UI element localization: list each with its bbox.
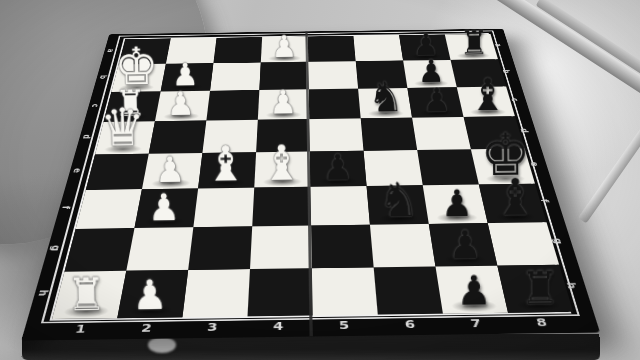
square-g2 [126, 227, 193, 271]
black-bishop-c8: ♝ [469, 72, 507, 117]
square-g5 [311, 225, 374, 269]
white-pawn-f2: ♟ [148, 189, 180, 226]
square-c4: ♟ [258, 89, 309, 119]
square-g6 [370, 224, 436, 267]
black-pawn-h7: ♟ [457, 271, 492, 312]
square-d6 [361, 118, 418, 151]
black-knight-f6: ♞ [378, 176, 419, 224]
square-e2: ♟ [142, 153, 202, 189]
chess-board: ♟♟♜♚♟♟♜♟♟♞♟♝♛♟♝♝♟♚♟♞♟♝♟♜♟♟♜ 12345678aabb… [21, 29, 600, 341]
square-h2: ♟ [117, 270, 188, 318]
square-c7: ♟ [407, 87, 463, 117]
rank-label-3: 3 [207, 320, 218, 333]
white-bishop-e4: ♝ [261, 138, 303, 187]
square-c5 [309, 89, 361, 119]
file-label-b-right: b [501, 69, 513, 73]
white-pawn-e2: ♟ [155, 152, 186, 188]
white-pawn-h2: ♟ [132, 275, 168, 316]
file-label-a-left: a [105, 49, 116, 52]
square-e4: ♝ [254, 151, 310, 187]
file-label-c-left: c [89, 104, 101, 108]
black-bishop-f8: ♝ [494, 171, 538, 222]
square-a8: ♜ [445, 34, 498, 60]
square-d7 [412, 117, 471, 150]
square-e3: ♝ [198, 152, 256, 188]
white-pawn-a4: ♟ [271, 32, 297, 62]
square-h1: ♜ [52, 271, 126, 319]
rank-label-7: 7 [469, 317, 482, 330]
square-e5: ♟ [310, 151, 367, 187]
black-pawn-f7: ♟ [441, 185, 473, 222]
square-a6 [353, 35, 403, 61]
white-bishop-e3: ♝ [205, 139, 247, 188]
square-c2: ♟ [155, 91, 210, 122]
black-pawn-c7: ♟ [423, 84, 451, 117]
scene: ♟♟♜♚♟♟♜♟♟♞♟♝♛♟♝♝♟♚♟♞♟♝♟♜♟♟♜ 12345678aabb… [0, 0, 640, 360]
black-rook-h8: ♜ [519, 265, 558, 311]
file-label-g-left: g [49, 245, 64, 251]
square-f6: ♞ [367, 185, 429, 225]
square-c6: ♞ [358, 88, 412, 118]
square-g1 [64, 228, 134, 272]
square-f5 [310, 186, 370, 226]
square-f2: ♟ [135, 188, 199, 228]
square-g4 [250, 226, 312, 270]
square-h3 [182, 269, 250, 317]
file-label-g-right: g [551, 238, 566, 244]
square-e7 [417, 149, 479, 185]
square-d1: ♛ [95, 121, 155, 154]
black-pawn-e5: ♟ [323, 150, 354, 186]
square-c3 [206, 90, 259, 121]
square-g7: ♟ [429, 223, 498, 266]
square-e1 [86, 154, 149, 190]
photo-stage: ♟♟♜♚♟♟♜♟♟♞♟♝♛♟♝♝♟♚♟♞♟♝♟♜♟♟♜ 12345678aabb… [0, 0, 640, 360]
square-a3 [213, 37, 262, 63]
square-c8: ♝ [457, 87, 515, 117]
rank-label-5: 5 [339, 318, 350, 331]
square-f1 [76, 189, 142, 229]
rank-label-1: 1 [74, 322, 87, 335]
black-pawn-g7: ♟ [449, 226, 483, 265]
white-pawn-c2: ♟ [167, 88, 195, 121]
rank-label-8: 8 [535, 316, 549, 329]
square-a4: ♟ [261, 36, 308, 62]
file-label-h-left: h [36, 290, 52, 297]
square-h7: ♟ [436, 266, 509, 314]
rank-label-4: 4 [273, 319, 284, 332]
white-pawn-c4: ♟ [269, 86, 297, 119]
square-f4 [252, 187, 311, 227]
file-label-f-left: f [59, 206, 73, 209]
file-label-c-right: c [509, 98, 521, 101]
square-f7: ♟ [423, 184, 488, 223]
square-f8: ♝ [479, 184, 547, 223]
black-rook-a8: ♜ [459, 26, 488, 60]
rank-label-6: 6 [404, 318, 416, 331]
file-label-b-left: b [98, 75, 110, 79]
black-knight-c6: ♞ [368, 76, 404, 118]
square-b3 [210, 63, 261, 91]
square-b5 [308, 61, 358, 89]
square-h8: ♜ [497, 265, 573, 313]
file-label-a-right: a [493, 43, 504, 46]
square-a5 [308, 36, 356, 62]
square-f3 [193, 188, 254, 228]
square-h5 [312, 267, 378, 315]
square-g3 [188, 226, 252, 270]
square-h4 [248, 268, 313, 316]
file-label-d-left: d [81, 134, 94, 139]
white-rook-h1: ♜ [65, 271, 105, 317]
white-queen-d1: ♛ [100, 102, 146, 155]
square-h6 [374, 267, 443, 315]
file-label-e-left: e [71, 168, 85, 173]
square-g8 [488, 222, 560, 265]
rank-label-2: 2 [140, 321, 152, 334]
